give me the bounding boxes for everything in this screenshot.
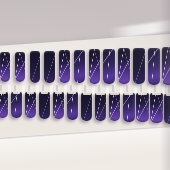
press-on-nail <box>81 93 93 121</box>
press-on-nail <box>0 52 10 82</box>
press-on-nail <box>44 51 55 83</box>
press-on-nail <box>148 48 161 85</box>
press-on-nail <box>136 93 148 122</box>
press-on-nail <box>162 47 170 85</box>
press-on-nail <box>150 93 162 123</box>
press-on-nail <box>30 51 41 83</box>
press-on-nail <box>89 49 101 83</box>
press-on-nail <box>53 92 64 119</box>
press-on-nail <box>67 92 78 120</box>
press-on-nail <box>95 93 107 121</box>
press-on-nail <box>11 92 22 118</box>
press-on-nail <box>59 50 70 83</box>
press-on-nail <box>39 92 50 119</box>
press-on-nail <box>0 92 8 118</box>
press-on-nail <box>74 50 85 84</box>
press-on-nail <box>164 94 170 124</box>
press-on-nail <box>123 93 135 122</box>
product-photo <box>0 0 170 170</box>
press-on-nail <box>15 52 25 83</box>
press-on-nail <box>109 93 121 122</box>
press-on-nail <box>133 48 146 85</box>
press-on-nail <box>118 48 130 84</box>
press-on-nail <box>25 92 36 119</box>
press-on-nail <box>103 49 115 84</box>
